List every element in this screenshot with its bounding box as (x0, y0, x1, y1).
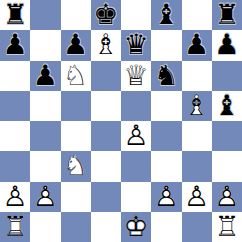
square-f1[interactable] (151, 212, 181, 242)
square-b4[interactable] (30, 121, 60, 151)
square-g7[interactable]: ♟ (182, 30, 212, 60)
piece-black-king[interactable]: ♚ (93, 1, 118, 29)
chess-board: ♜♚♝♜♟♟♝♗♛♟♟♟♞♘♛♕♞♝♗♝♟♙♞♘♟♙♟♙♟♙♟♙♟♙♜♖♚♔♜♖ (0, 0, 242, 242)
piece-outline-glyph: ♗ (184, 92, 209, 120)
square-b8[interactable] (30, 0, 60, 30)
square-d8[interactable]: ♚ (91, 0, 121, 30)
piece-outline-glyph: ♙ (3, 183, 28, 211)
square-c6[interactable]: ♞♘ (61, 61, 91, 91)
square-a2[interactable]: ♟♙ (0, 182, 30, 212)
piece-white-knight[interactable]: ♞♘ (63, 62, 88, 90)
piece-black-pawn[interactable]: ♟ (63, 31, 88, 59)
square-e2[interactable] (121, 182, 151, 212)
piece-outline-glyph: ♘ (63, 62, 88, 90)
square-a7[interactable]: ♟ (0, 30, 30, 60)
piece-outline-glyph: ♖ (214, 213, 239, 241)
square-c1[interactable] (61, 212, 91, 242)
square-a4[interactable] (0, 121, 30, 151)
piece-white-pawn[interactable]: ♟♙ (214, 183, 239, 211)
square-b6[interactable]: ♟ (30, 61, 60, 91)
square-d6[interactable] (91, 61, 121, 91)
square-g2[interactable]: ♟♙ (182, 182, 212, 212)
square-b3[interactable] (30, 151, 60, 181)
piece-black-knight[interactable]: ♞ (154, 62, 179, 90)
square-b1[interactable] (30, 212, 60, 242)
square-e3[interactable] (121, 151, 151, 181)
square-f7[interactable] (151, 30, 181, 60)
piece-outline-glyph: ♔ (124, 213, 149, 241)
square-h3[interactable] (212, 151, 242, 181)
square-b5[interactable] (30, 91, 60, 121)
square-g4[interactable] (182, 121, 212, 151)
square-d4[interactable] (91, 121, 121, 151)
piece-outline-glyph: ♙ (214, 183, 239, 211)
piece-white-bishop[interactable]: ♝♗ (93, 31, 118, 59)
square-c7[interactable]: ♟ (61, 30, 91, 60)
piece-white-pawn[interactable]: ♟♙ (3, 183, 28, 211)
square-h4[interactable] (212, 121, 242, 151)
piece-black-bishop[interactable]: ♝ (214, 92, 239, 120)
piece-black-bishop[interactable]: ♝ (154, 1, 179, 29)
square-a5[interactable] (0, 91, 30, 121)
square-b7[interactable] (30, 30, 60, 60)
square-c2[interactable] (61, 182, 91, 212)
piece-white-pawn[interactable]: ♟♙ (124, 122, 149, 150)
square-d3[interactable] (91, 151, 121, 181)
square-h1[interactable]: ♜♖ (212, 212, 242, 242)
piece-white-rook[interactable]: ♜♖ (214, 213, 239, 241)
piece-black-pawn[interactable]: ♟ (184, 31, 209, 59)
piece-outline-glyph: ♙ (124, 122, 149, 150)
square-g6[interactable] (182, 61, 212, 91)
piece-black-rook[interactable]: ♜ (214, 1, 239, 29)
square-c8[interactable] (61, 0, 91, 30)
square-e7[interactable]: ♛ (121, 30, 151, 60)
piece-white-bishop[interactable]: ♝♗ (184, 92, 209, 120)
square-d5[interactable] (91, 91, 121, 121)
piece-outline-glyph: ♗ (93, 31, 118, 59)
square-h6[interactable] (212, 61, 242, 91)
square-g8[interactable] (182, 0, 212, 30)
square-h5[interactable]: ♝ (212, 91, 242, 121)
piece-black-rook[interactable]: ♜ (3, 1, 28, 29)
square-f3[interactable] (151, 151, 181, 181)
piece-white-pawn[interactable]: ♟♙ (184, 183, 209, 211)
piece-white-pawn[interactable]: ♟♙ (154, 183, 179, 211)
square-d2[interactable] (91, 182, 121, 212)
piece-black-pawn[interactable]: ♟ (214, 31, 239, 59)
square-h8[interactable]: ♜ (212, 0, 242, 30)
square-a3[interactable] (0, 151, 30, 181)
piece-white-knight[interactable]: ♞♘ (63, 152, 88, 180)
piece-outline-glyph: ♖ (3, 213, 28, 241)
square-h7[interactable]: ♟ (212, 30, 242, 60)
square-e5[interactable] (121, 91, 151, 121)
piece-outline-glyph: ♘ (63, 152, 88, 180)
piece-black-pawn[interactable]: ♟ (33, 62, 58, 90)
square-g1[interactable] (182, 212, 212, 242)
square-g3[interactable] (182, 151, 212, 181)
piece-black-queen[interactable]: ♛ (124, 31, 149, 59)
piece-black-pawn[interactable]: ♟ (3, 31, 28, 59)
square-d7[interactable]: ♝♗ (91, 30, 121, 60)
piece-white-rook[interactable]: ♜♖ (3, 213, 28, 241)
square-d1[interactable] (91, 212, 121, 242)
square-a1[interactable]: ♜♖ (0, 212, 30, 242)
square-c3[interactable]: ♞♘ (61, 151, 91, 181)
square-e6[interactable]: ♛♕ (121, 61, 151, 91)
square-f2[interactable]: ♟♙ (151, 182, 181, 212)
square-h2[interactable]: ♟♙ (212, 182, 242, 212)
piece-white-king[interactable]: ♚♔ (124, 213, 149, 241)
square-c4[interactable] (61, 121, 91, 151)
piece-outline-glyph: ♕ (124, 62, 149, 90)
square-f8[interactable]: ♝ (151, 0, 181, 30)
square-f4[interactable] (151, 121, 181, 151)
square-g5[interactable]: ♝♗ (182, 91, 212, 121)
square-a8[interactable]: ♜ (0, 0, 30, 30)
piece-outline-glyph: ♙ (33, 183, 58, 211)
chess-board-wrap: ♜♚♝♜♟♟♝♗♛♟♟♟♞♘♛♕♞♝♗♝♟♙♞♘♟♙♟♙♟♙♟♙♟♙♜♖♚♔♜♖ (0, 0, 242, 242)
piece-white-pawn[interactable]: ♟♙ (33, 183, 58, 211)
square-b2[interactable]: ♟♙ (30, 182, 60, 212)
piece-white-queen[interactable]: ♛♕ (124, 62, 149, 90)
square-c5[interactable] (61, 91, 91, 121)
square-e1[interactable]: ♚♔ (121, 212, 151, 242)
piece-outline-glyph: ♙ (154, 183, 179, 211)
square-f5[interactable] (151, 91, 181, 121)
square-a6[interactable] (0, 61, 30, 91)
square-e8[interactable] (121, 0, 151, 30)
square-e4[interactable]: ♟♙ (121, 121, 151, 151)
square-f6[interactable]: ♞ (151, 61, 181, 91)
piece-outline-glyph: ♙ (184, 183, 209, 211)
